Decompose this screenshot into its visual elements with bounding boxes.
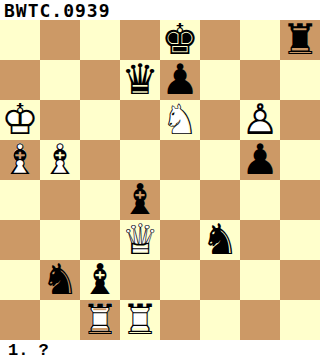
square-d1[interactable]: ♜♖ [120, 300, 160, 340]
square-h8[interactable]: ♜ [280, 20, 320, 60]
piece-black-knight: ♞ [200, 220, 240, 260]
square-h1[interactable] [280, 300, 320, 340]
piece-white-king-fill: ♚ [0, 100, 40, 140]
square-d8[interactable] [120, 20, 160, 60]
piece-black-bishop: ♝ [80, 260, 120, 300]
square-b2[interactable]: ♞ [40, 260, 80, 300]
square-g8[interactable] [240, 20, 280, 60]
piece-white-queen-fill: ♛ [120, 220, 160, 260]
square-h3[interactable] [280, 220, 320, 260]
square-c7[interactable] [80, 60, 120, 100]
square-h2[interactable] [280, 260, 320, 300]
piece-black-pawn: ♟ [160, 60, 200, 100]
square-e2[interactable] [160, 260, 200, 300]
square-a1[interactable] [0, 300, 40, 340]
square-h5[interactable] [280, 140, 320, 180]
move-prompt: 1. ? [0, 341, 49, 360]
square-c2[interactable]: ♝ [80, 260, 120, 300]
square-a7[interactable] [0, 60, 40, 100]
square-h6[interactable] [280, 100, 320, 140]
piece-black-pawn: ♟ [240, 140, 280, 180]
square-a6[interactable]: ♚♔ [0, 100, 40, 140]
piece-white-rook: ♖ [80, 300, 120, 340]
square-d4[interactable]: ♝ [120, 180, 160, 220]
square-b7[interactable] [40, 60, 80, 100]
puzzle-id: BWTC.0939 [0, 0, 111, 21]
square-d6[interactable] [120, 100, 160, 140]
square-h4[interactable] [280, 180, 320, 220]
square-e7[interactable]: ♟ [160, 60, 200, 100]
square-c1[interactable]: ♜♖ [80, 300, 120, 340]
piece-white-rook-fill: ♜ [120, 300, 160, 340]
square-g4[interactable] [240, 180, 280, 220]
chess-board: ♚♜♛♟♚♔♞♘♟♙♝♗♝♗♟♝♛♕♞♞♝♜♖♜♖ [0, 20, 320, 340]
piece-white-rook: ♖ [120, 300, 160, 340]
square-d7[interactable]: ♛ [120, 60, 160, 100]
square-g2[interactable] [240, 260, 280, 300]
piece-white-bishop-fill: ♝ [0, 140, 40, 180]
square-c6[interactable] [80, 100, 120, 140]
square-f7[interactable] [200, 60, 240, 100]
square-f4[interactable] [200, 180, 240, 220]
square-b4[interactable] [40, 180, 80, 220]
piece-white-bishop: ♗ [40, 140, 80, 180]
square-a2[interactable] [0, 260, 40, 300]
square-g5[interactable]: ♟ [240, 140, 280, 180]
square-c3[interactable] [80, 220, 120, 260]
piece-black-queen: ♛ [120, 60, 160, 100]
square-b3[interactable] [40, 220, 80, 260]
square-d2[interactable] [120, 260, 160, 300]
square-a5[interactable]: ♝♗ [0, 140, 40, 180]
square-a8[interactable] [0, 20, 40, 60]
square-e3[interactable] [160, 220, 200, 260]
piece-white-bishop: ♗ [0, 140, 40, 180]
square-f8[interactable] [200, 20, 240, 60]
piece-white-knight-fill: ♞ [160, 100, 200, 140]
square-e4[interactable] [160, 180, 200, 220]
piece-white-knight: ♘ [160, 100, 200, 140]
status-bar: 1. ? [0, 340, 320, 360]
square-g6[interactable]: ♟♙ [240, 100, 280, 140]
square-b8[interactable] [40, 20, 80, 60]
square-b1[interactable] [40, 300, 80, 340]
piece-black-king: ♚ [160, 20, 200, 60]
square-c4[interactable] [80, 180, 120, 220]
square-f2[interactable] [200, 260, 240, 300]
piece-black-rook: ♜ [280, 20, 320, 60]
piece-black-bishop: ♝ [120, 180, 160, 220]
square-f3[interactable]: ♞ [200, 220, 240, 260]
square-f5[interactable] [200, 140, 240, 180]
square-b5[interactable]: ♝♗ [40, 140, 80, 180]
square-g7[interactable] [240, 60, 280, 100]
square-f1[interactable] [200, 300, 240, 340]
title-bar: BWTC.0939 [0, 0, 320, 20]
piece-white-rook-fill: ♜ [80, 300, 120, 340]
square-a3[interactable] [0, 220, 40, 260]
square-e1[interactable] [160, 300, 200, 340]
square-h7[interactable] [280, 60, 320, 100]
square-e8[interactable]: ♚ [160, 20, 200, 60]
square-a4[interactable] [0, 180, 40, 220]
square-g3[interactable] [240, 220, 280, 260]
piece-white-pawn-fill: ♟ [240, 100, 280, 140]
square-c5[interactable] [80, 140, 120, 180]
square-d5[interactable] [120, 140, 160, 180]
square-g1[interactable] [240, 300, 280, 340]
square-c8[interactable] [80, 20, 120, 60]
piece-black-knight: ♞ [40, 260, 80, 300]
piece-white-bishop-fill: ♝ [40, 140, 80, 180]
piece-white-pawn: ♙ [240, 100, 280, 140]
piece-white-king: ♔ [0, 100, 40, 140]
square-b6[interactable] [40, 100, 80, 140]
square-e5[interactable] [160, 140, 200, 180]
square-e6[interactable]: ♞♘ [160, 100, 200, 140]
piece-white-queen: ♕ [120, 220, 160, 260]
square-d3[interactable]: ♛♕ [120, 220, 160, 260]
square-f6[interactable] [200, 100, 240, 140]
